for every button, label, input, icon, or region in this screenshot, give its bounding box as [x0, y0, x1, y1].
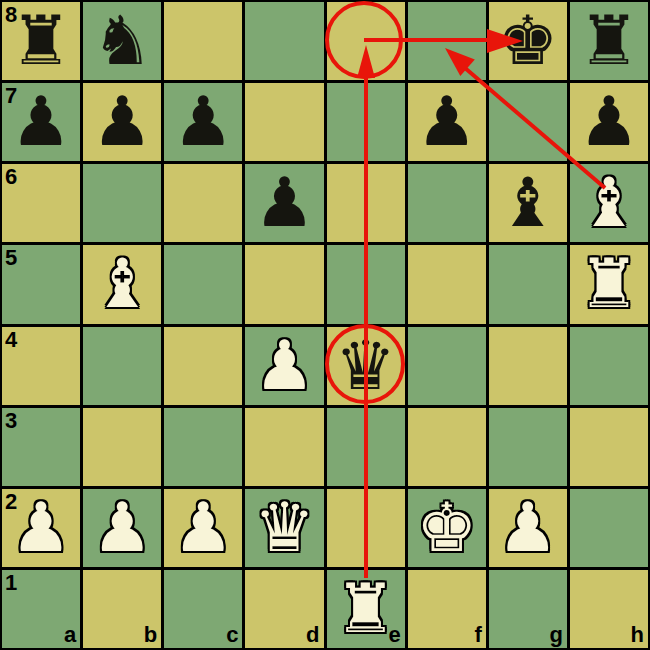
white-bishop-b5: ♝	[92, 250, 153, 318]
white-bishop-h6: ♝	[578, 169, 639, 237]
square-g4[interactable]	[489, 327, 567, 405]
square-b2[interactable]: ♟	[83, 489, 161, 567]
rank-label-5: 5	[5, 245, 17, 271]
square-d8[interactable]	[245, 2, 323, 80]
square-c6[interactable]	[164, 164, 242, 242]
square-g7[interactable]	[489, 83, 567, 161]
square-d6[interactable]: ♟	[245, 164, 323, 242]
white-queen-d2: ♛	[254, 494, 315, 562]
black-pawn-f7: ♟	[416, 88, 477, 156]
square-c4[interactable]	[164, 327, 242, 405]
black-queen-e4: ♛	[335, 332, 396, 400]
square-a8[interactable]: 8♜	[2, 2, 80, 80]
black-pawn-h7: ♟	[578, 88, 639, 156]
file-label-a: a	[64, 622, 76, 648]
square-f2[interactable]: ♚	[408, 489, 486, 567]
white-rook-h5: ♜	[578, 250, 639, 318]
square-b7[interactable]: ♟	[83, 83, 161, 161]
file-label-e: e	[388, 622, 400, 648]
square-g8[interactable]: ♚	[489, 2, 567, 80]
square-a6[interactable]: 6	[2, 164, 80, 242]
file-label-g: g	[549, 622, 562, 648]
file-label-d: d	[306, 622, 319, 648]
square-d1[interactable]: d	[245, 570, 323, 648]
square-b4[interactable]	[83, 327, 161, 405]
square-e3[interactable]	[327, 408, 405, 486]
square-e1[interactable]: e♜	[327, 570, 405, 648]
file-label-c: c	[226, 622, 238, 648]
square-a2[interactable]: 2♟	[2, 489, 80, 567]
square-h2[interactable]	[570, 489, 648, 567]
square-d7[interactable]	[245, 83, 323, 161]
square-g3[interactable]	[489, 408, 567, 486]
square-d5[interactable]	[245, 245, 323, 323]
square-g2[interactable]: ♟	[489, 489, 567, 567]
square-e5[interactable]	[327, 245, 405, 323]
rank-label-7: 7	[5, 83, 17, 109]
white-pawn-g2: ♟	[497, 494, 558, 562]
square-a1[interactable]: 1a	[2, 570, 80, 648]
file-label-h: h	[631, 622, 644, 648]
square-b6[interactable]	[83, 164, 161, 242]
square-d2[interactable]: ♛	[245, 489, 323, 567]
file-label-f: f	[474, 622, 481, 648]
square-e2[interactable]	[327, 489, 405, 567]
square-f8[interactable]	[408, 2, 486, 80]
square-h7[interactable]: ♟	[570, 83, 648, 161]
square-h5[interactable]: ♜	[570, 245, 648, 323]
square-f1[interactable]: f	[408, 570, 486, 648]
square-g6[interactable]: ♝	[489, 164, 567, 242]
white-king-f2: ♚	[416, 494, 477, 562]
chess-board: 8♜♞♚♜7♟♟♟♟♟6♟♝♝5♝♜4♟♛32♟♟♟♛♚♟1abcde♜fgh	[0, 0, 650, 650]
rank-label-4: 4	[5, 327, 17, 353]
black-knight-b8: ♞	[92, 7, 153, 75]
black-bishop-g6: ♝	[497, 169, 558, 237]
square-c8[interactable]	[164, 2, 242, 80]
square-e7[interactable]	[327, 83, 405, 161]
square-f7[interactable]: ♟	[408, 83, 486, 161]
square-a5[interactable]: 5	[2, 245, 80, 323]
rank-label-8: 8	[5, 2, 17, 28]
square-b3[interactable]	[83, 408, 161, 486]
rank-label-6: 6	[5, 164, 17, 190]
square-c5[interactable]	[164, 245, 242, 323]
square-g1[interactable]: g	[489, 570, 567, 648]
square-h3[interactable]	[570, 408, 648, 486]
square-h8[interactable]: ♜	[570, 2, 648, 80]
black-pawn-a7: ♟	[11, 88, 72, 156]
white-pawn-c2: ♟	[173, 494, 234, 562]
square-e6[interactable]	[327, 164, 405, 242]
square-f6[interactable]	[408, 164, 486, 242]
black-rook-h8: ♜	[578, 7, 639, 75]
square-g5[interactable]	[489, 245, 567, 323]
square-f3[interactable]	[408, 408, 486, 486]
square-c3[interactable]	[164, 408, 242, 486]
square-e8[interactable]	[327, 2, 405, 80]
square-h1[interactable]: h	[570, 570, 648, 648]
square-b1[interactable]: b	[83, 570, 161, 648]
black-pawn-c7: ♟	[173, 88, 234, 156]
square-h6[interactable]: ♝	[570, 164, 648, 242]
square-c7[interactable]: ♟	[164, 83, 242, 161]
black-rook-a8: ♜	[11, 7, 72, 75]
square-h4[interactable]	[570, 327, 648, 405]
white-rook-e1: ♜	[335, 575, 396, 643]
square-f4[interactable]	[408, 327, 486, 405]
square-d3[interactable]	[245, 408, 323, 486]
rank-label-3: 3	[5, 408, 17, 434]
rank-label-2: 2	[5, 489, 17, 515]
square-c1[interactable]: c	[164, 570, 242, 648]
square-a7[interactable]: 7♟	[2, 83, 80, 161]
white-pawn-b2: ♟	[92, 494, 153, 562]
chess-diagram: 8♜♞♚♜7♟♟♟♟♟6♟♝♝5♝♜4♟♛32♟♟♟♛♚♟1abcde♜fgh	[0, 0, 650, 650]
square-c2[interactable]: ♟	[164, 489, 242, 567]
rank-label-1: 1	[5, 570, 17, 596]
square-a4[interactable]: 4	[2, 327, 80, 405]
black-pawn-b7: ♟	[92, 88, 153, 156]
white-pawn-a2: ♟	[11, 494, 72, 562]
white-pawn-d4: ♟	[254, 332, 315, 400]
square-e4[interactable]: ♛	[327, 327, 405, 405]
square-a3[interactable]: 3	[2, 408, 80, 486]
square-b8[interactable]: ♞	[83, 2, 161, 80]
square-f5[interactable]	[408, 245, 486, 323]
square-b5[interactable]: ♝	[83, 245, 161, 323]
black-pawn-d6: ♟	[254, 169, 315, 237]
square-d4[interactable]: ♟	[245, 327, 323, 405]
file-label-b: b	[144, 622, 157, 648]
black-king-g8: ♚	[497, 7, 558, 75]
